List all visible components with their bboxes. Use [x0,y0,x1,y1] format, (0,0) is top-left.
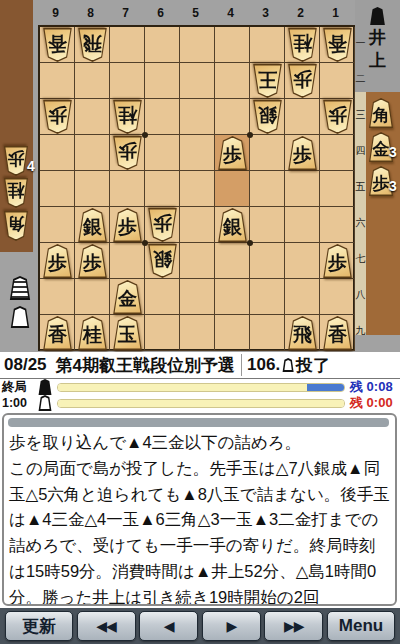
square-9九[interactable]: 香 [40,315,75,351]
clock-row-sente: 終局残 0:08 [2,379,398,395]
rank-label-六: 六 [355,205,366,241]
sente-piece-玉: 玉 [112,316,143,350]
game-info-bar: 08/25 第4期叡王戦段位別予選 106. 投了 [0,352,400,379]
rank-label-二: 二 [355,61,366,97]
file-label-9: 9 [38,6,73,24]
board-area: 井 上 987654321 一二三四五六七八九 香飛桂香王歩歩桂銀歩歩歩歩銀歩歩… [0,0,400,352]
gote-piece-icon [38,395,52,411]
square-6八[interactable] [145,279,180,315]
sente-piece-歩: 歩 [217,136,248,170]
sente-piece-桂: 桂 [77,316,108,350]
koma-kanji: 王 [252,62,283,96]
commentary-text: 歩を取り込んで▲4三金以下の詰めろ。 この局面で島が投了した。先手玉は△7八銀成… [9,430,392,606]
square-3四[interactable] [250,135,285,171]
file-label-2: 2 [283,6,318,24]
divider [241,354,242,376]
refresh-button[interactable]: 更新 [5,611,73,641]
move-number: 106. [247,355,280,375]
star-point [142,240,148,246]
koma-kanji: 歩 [42,98,73,132]
gote-move-icon [282,358,294,372]
koma-kanji: 銀 [252,98,283,132]
sente-piece-香: 香 [42,316,73,350]
square-9六[interactable] [40,207,75,243]
gote-piece-歩: 歩 [112,136,143,170]
square-8八[interactable] [75,279,110,315]
square-8二[interactable] [75,63,110,99]
koma-kanji: 歩 [42,246,73,280]
move-text: 投了 [296,354,330,377]
square-7六[interactable]: 歩 [110,207,145,243]
gote-piece-icon [10,306,30,328]
square-2九[interactable]: 飛 [285,315,320,351]
koma-kanji: 飛 [287,318,318,352]
square-1九[interactable]: 香 [320,315,355,351]
square-8三[interactable] [75,99,110,135]
square-6九[interactable] [145,315,180,351]
rank-label-五: 五 [355,169,366,205]
koma-kanji: 飛 [77,26,108,60]
square-6一[interactable] [145,27,180,63]
square-8七[interactable]: 歩 [75,243,110,279]
board-grid: 香飛桂香王歩歩桂銀歩歩歩歩銀歩歩銀歩歩銀歩金香桂玉飛香 [40,27,355,351]
square-6四[interactable] [145,135,180,171]
square-1八[interactable] [320,279,355,315]
kifu-notes-icon[interactable] [9,276,31,300]
koma-kanji: 香 [322,318,353,352]
sente-piece-歩: 歩 [42,244,73,278]
square-4二[interactable] [215,63,250,99]
square-4四[interactable]: 歩 [215,135,250,171]
square-3八[interactable] [250,279,285,315]
square-3九[interactable] [250,315,285,351]
sente-piece-香: 香 [322,316,353,350]
square-4九[interactable] [215,315,250,351]
rank-label-七: 七 [355,241,366,277]
square-9四[interactable] [40,135,75,171]
commentary-panel: 歩を取り込んで▲4三金以下の詰めろ。 この局面で島が投了した。先手玉は△7八銀成… [2,413,397,606]
gote-piece-香: 香 [322,28,353,62]
square-5七[interactable] [180,243,215,279]
clock-label-gote: 1:00 [2,396,34,410]
square-7三[interactable]: 桂 [110,99,145,135]
clock-panel: 終局残 0:081:00残 0:00 [0,379,400,413]
square-7五[interactable] [110,171,145,207]
sente-piece-歩: 歩 [77,244,108,278]
square-7八[interactable]: 金 [110,279,145,315]
square-1七[interactable]: 歩 [320,243,355,279]
square-5二[interactable] [180,63,215,99]
square-1五[interactable] [320,171,355,207]
event-title: 第4期叡王戦段位別予選 [56,354,235,377]
file-label-5: 5 [178,6,213,24]
square-5九[interactable] [180,315,215,351]
square-4一[interactable] [215,27,250,63]
time-remaining-segment [307,384,344,391]
gote-piece-歩: 歩 [287,64,318,98]
koma-kanji: 歩 [112,134,143,168]
koma-kanji: 玉 [112,318,143,352]
square-6五[interactable] [145,171,180,207]
gote-piece-王: 王 [252,64,283,98]
square-4三[interactable] [215,99,250,135]
step-forward-button[interactable]: ▶ [202,611,261,641]
clock-label-sente: 終局 [2,379,34,396]
sente-piece-歩: 歩 [322,244,353,278]
square-7七[interactable] [110,243,145,279]
square-2四[interactable]: 歩 [285,135,320,171]
square-3六[interactable] [250,207,285,243]
square-7一[interactable] [110,27,145,63]
gote-piece-桂: 桂 [287,28,318,62]
sente-piece-角[interactable]: 角 [368,98,394,128]
square-1四[interactable] [320,135,355,171]
hand-count-歩: 4 [27,158,35,174]
star-point [142,132,148,138]
square-9七[interactable]: 歩 [40,243,75,279]
rank-label-三: 三 [355,97,366,133]
shogi-app-screen: 井 上 987654321 一二三四五六七八九 香飛桂香王歩歩桂銀歩歩歩歩銀歩歩… [0,0,400,644]
file-label-8: 8 [73,6,108,24]
square-9八[interactable] [40,279,75,315]
shogi-board: 香飛桂香王歩歩桂銀歩歩歩歩銀歩歩銀歩歩銀歩金香桂玉飛香 [38,25,355,351]
square-6七[interactable]: 銀 [145,243,180,279]
koma-kanji: 歩 [322,98,353,132]
star-point [247,132,253,138]
panel-drag-handle[interactable] [8,418,389,427]
koma-kanji: 銀 [77,210,108,244]
square-3七[interactable] [250,243,285,279]
square-3一[interactable] [250,27,285,63]
square-8六[interactable]: 銀 [75,207,110,243]
square-5六[interactable] [180,207,215,243]
file-coordinates: 987654321 [38,6,353,24]
square-2三[interactable] [285,99,320,135]
gote-piece-角[interactable]: 角 [3,211,29,241]
square-5八[interactable] [180,279,215,315]
square-9三[interactable]: 歩 [40,99,75,135]
square-7二[interactable] [110,63,145,99]
sente-piece-飛: 飛 [287,316,318,350]
file-label-3: 3 [248,6,283,24]
menu-button[interactable]: Menu [327,611,395,641]
file-label-6: 6 [143,6,178,24]
gote-piece-桂: 桂 [112,100,143,134]
square-6六[interactable]: 歩 [145,207,180,243]
sente-piece-歩: 歩 [287,136,318,170]
square-1一[interactable]: 香 [320,27,355,63]
sente-piece-金: 金 [112,280,143,314]
square-3三[interactable]: 銀 [250,99,285,135]
square-7四[interactable]: 歩 [110,135,145,171]
square-9二[interactable] [40,63,75,99]
square-2五[interactable] [285,171,320,207]
sente-piece-銀: 銀 [217,208,248,242]
square-9一[interactable]: 香 [40,27,75,63]
koma-kanji: 銀 [147,242,178,276]
time-used-segment [58,400,344,407]
gote-piece-香: 香 [42,28,73,62]
sente-name-char-2: 上 [369,51,386,71]
koma-kanji: 歩 [287,138,318,172]
square-5四[interactable] [180,135,215,171]
square-1三[interactable]: 歩 [320,99,355,135]
star-point [247,240,253,246]
rank-label-四: 四 [355,133,366,169]
gote-piece-歩: 歩 [42,100,73,134]
bottom-toolbar: 更新◀◀◀▶▶▶Menu [0,608,400,644]
square-6三[interactable] [145,99,180,135]
square-1二[interactable] [320,63,355,99]
remaining-time-gote: 残 0:00 [350,394,393,412]
koma-kanji: 歩 [217,138,248,172]
koma-kanji: 歩 [147,206,178,240]
square-9五[interactable] [40,171,75,207]
square-5一[interactable] [180,27,215,63]
square-6二[interactable] [145,63,180,99]
square-2二[interactable]: 歩 [285,63,320,99]
koma-kanji: 歩 [112,210,143,244]
gote-piece-銀: 銀 [252,100,283,134]
gote-piece-歩: 歩 [322,100,353,134]
file-label-1: 1 [318,6,353,24]
koma-kanji: 桂 [77,318,108,352]
square-4六[interactable]: 銀 [215,207,250,243]
square-8五[interactable] [75,171,110,207]
time-used-segment [58,384,307,391]
koma-kanji: 香 [322,26,353,60]
sente-name-char-1: 井 [369,28,386,48]
koma-kanji: 香 [42,26,73,60]
gote-piece-歩: 歩 [147,208,178,242]
rewind-button[interactable]: ◀◀ [77,611,136,641]
rank-label-一: 一 [355,25,366,61]
koma-kanji: 角 [3,209,29,239]
square-8四[interactable] [75,135,110,171]
step-back-button[interactable]: ◀ [139,611,198,641]
koma-kanji: 桂 [112,98,143,132]
file-label-4: 4 [213,6,248,24]
clock-row-gote: 1:00残 0:00 [2,395,398,411]
square-4七[interactable] [215,243,250,279]
sente-piece-歩: 歩 [112,208,143,242]
koma-kanji: 角 [368,100,394,130]
file-label-7: 7 [108,6,143,24]
koma-kanji: 桂 [287,26,318,60]
square-1六[interactable] [320,207,355,243]
gote-piece-銀: 銀 [147,244,178,278]
gote-piece-歩[interactable]: 歩 [3,146,29,176]
koma-kanji: 銀 [217,210,248,244]
gote-piece-飛: 飛 [77,28,108,62]
square-5三[interactable] [180,99,215,135]
koma-kanji: 桂 [3,176,29,206]
gote-piece-桂[interactable]: 桂 [3,178,29,208]
square-2一[interactable]: 桂 [285,27,320,63]
time-bar-gote [57,399,345,408]
koma-kanji: 金 [112,282,143,316]
square-3二[interactable]: 王 [250,63,285,99]
koma-kanji: 歩 [77,246,108,280]
square-2八[interactable] [285,279,320,315]
square-3五[interactable] [250,171,285,207]
koma-kanji: 歩 [3,144,29,174]
rank-coordinates: 一二三四五六七八九 [355,25,366,349]
rank-label-九: 九 [355,313,366,349]
square-5五[interactable] [180,171,215,207]
sente-piece-icon [38,379,52,395]
hand-count-金: 3 [389,144,397,160]
square-4八[interactable] [215,279,250,315]
koma-kanji: 香 [42,318,73,352]
rank-label-八: 八 [355,277,366,313]
square-2六[interactable] [285,207,320,243]
square-4五[interactable] [215,171,250,207]
hand-count-歩: 3 [389,178,397,194]
square-7九[interactable]: 玉 [110,315,145,351]
time-bar-sente [57,383,345,392]
square-8一[interactable]: 飛 [75,27,110,63]
sente-piece-icon [370,7,386,25]
game-date: 08/25 [4,355,47,375]
sente-piece-銀: 銀 [77,208,108,242]
fast-forward-button[interactable]: ▶▶ [264,611,323,641]
koma-kanji: 歩 [287,62,318,96]
square-8九[interactable]: 桂 [75,315,110,351]
koma-kanji: 歩 [322,246,353,280]
square-2七[interactable] [285,243,320,279]
